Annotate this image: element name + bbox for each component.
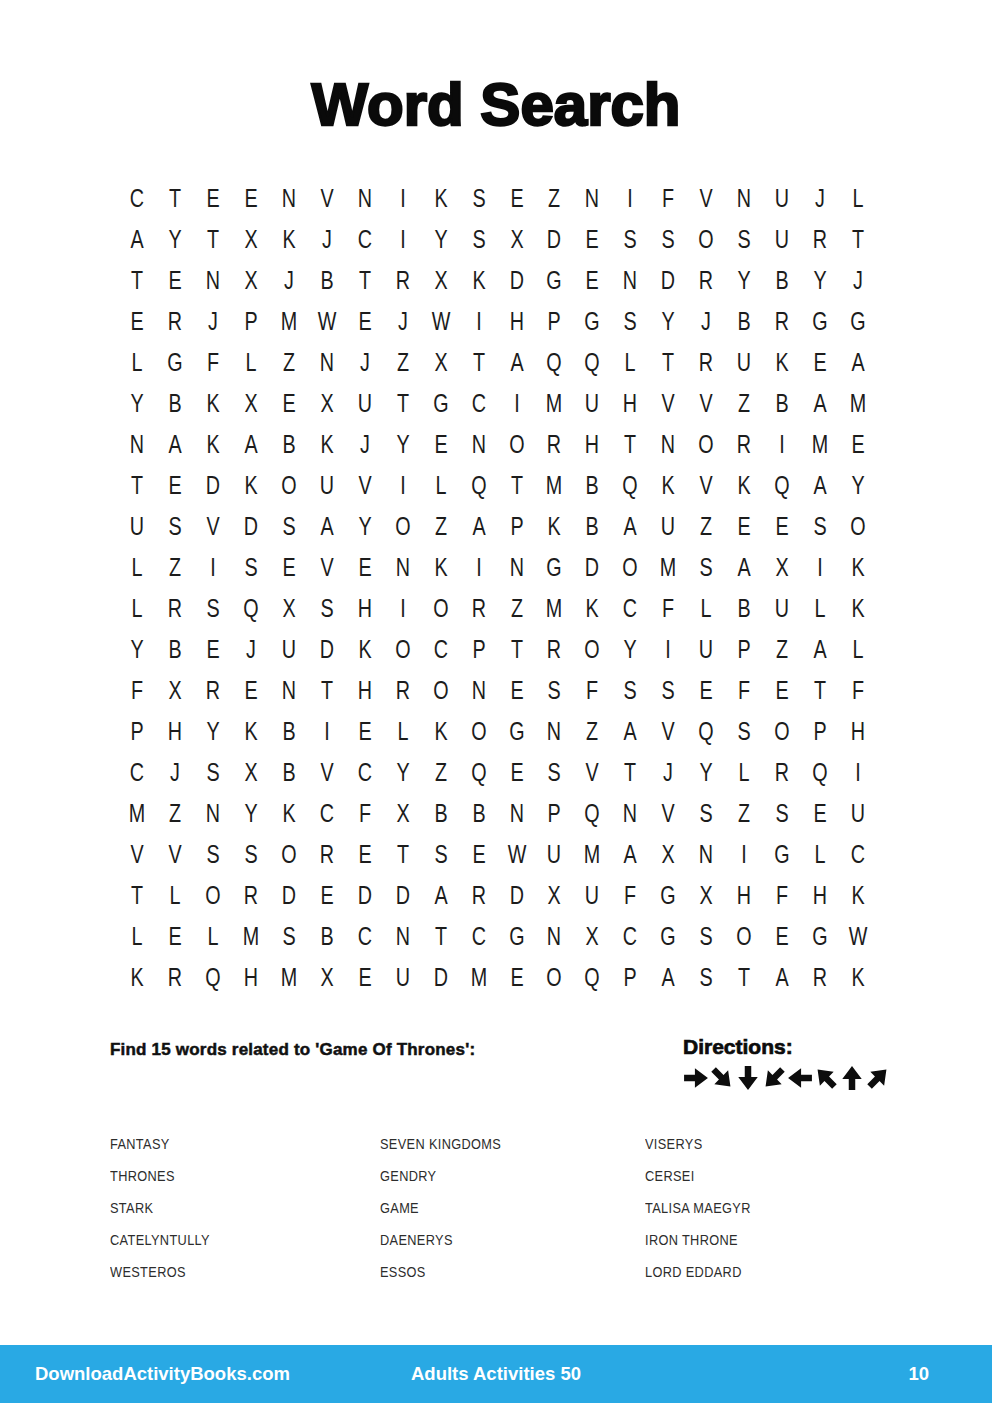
grid-cell-r7c18: I [768, 424, 797, 465]
grid-cell-r1c12: Z [540, 178, 569, 219]
grid-cell-r9c16: Z [692, 506, 721, 547]
grid-cell-r8c4: K [236, 465, 265, 506]
grid-cell-r1c19: J [806, 178, 835, 219]
grid-cell-r14c13: Z [578, 711, 607, 752]
grid-cell-r6c11: I [502, 383, 531, 424]
grid-cell-r8c11: T [502, 465, 531, 506]
grid-cell-r19c3: L [198, 916, 227, 957]
grid-cell-r18c4: R [236, 875, 265, 916]
grid-cell-r8c3: D [198, 465, 227, 506]
grid-cell-r2c1: A [123, 219, 152, 260]
grid-cell-r7c9: E [426, 424, 455, 465]
grid-cell-r19c15: G [654, 916, 683, 957]
grid-cell-r7c16: O [692, 424, 721, 465]
grid-cell-r12c6: D [312, 629, 341, 670]
grid-cell-r1c9: K [426, 178, 455, 219]
grid-cell-r3c18: B [768, 260, 797, 301]
grid-cell-r20c3: Q [198, 957, 227, 998]
word-list-item: TALISA MAEGYR [645, 1200, 887, 1214]
grid-cell-r19c6: B [312, 916, 341, 957]
grid-cell-r15c5: B [274, 752, 303, 793]
grid-cell-r2c18: U [768, 219, 797, 260]
grid-cell-r20c4: H [236, 957, 265, 998]
grid-cell-r6c16: V [692, 383, 721, 424]
grid-cell-r2c9: Y [426, 219, 455, 260]
grid-cell-r12c11: T [502, 629, 531, 670]
grid-cell-r18c3: O [198, 875, 227, 916]
grid-cell-r3c2: E [160, 260, 189, 301]
grid-cell-r4c13: G [578, 301, 607, 342]
grid-cell-r1c17: N [730, 178, 759, 219]
grid-cell-r15c12: S [540, 752, 569, 793]
grid-cell-r6c15: V [654, 383, 683, 424]
worksheet-page: Word Search CTEENVNIKSEZNIFVNUJLAYTXKJCI… [0, 0, 992, 1403]
grid-cell-r7c3: K [198, 424, 227, 465]
grid-cell-r3c17: Y [730, 260, 759, 301]
grid-cell-r18c18: F [768, 875, 797, 916]
grid-cell-r12c12: R [540, 629, 569, 670]
grid-cell-r17c3: S [198, 834, 227, 875]
grid-cell-r2c17: S [730, 219, 759, 260]
grid-cell-r10c7: E [350, 547, 379, 588]
grid-cell-r4c15: Y [654, 301, 683, 342]
grid-cell-r5c17: U [730, 342, 759, 383]
grid-cell-r19c7: C [350, 916, 379, 957]
grid-cell-r17c9: S [426, 834, 455, 875]
grid-cell-r14c10: O [464, 711, 493, 752]
grid-cell-r3c20: J [844, 260, 873, 301]
grid-cell-r4c10: I [464, 301, 493, 342]
grid-cell-r11c3: S [198, 588, 227, 629]
grid-cell-r4c12: P [540, 301, 569, 342]
word-list-item: DAENERYS [380, 1232, 613, 1246]
grid-cell-r20c12: O [540, 957, 569, 998]
footer-website: DownloadActivityBooks.com [35, 1363, 290, 1385]
grid-cell-r9c4: D [236, 506, 265, 547]
grid-cell-r12c2: B [160, 629, 189, 670]
grid-cell-r8c10: Q [464, 465, 493, 506]
grid-cell-r11c11: Z [502, 588, 531, 629]
directions-label: Directions: [683, 1035, 891, 1059]
grid-cell-r5c9: X [426, 342, 455, 383]
grid-cell-r10c5: E [274, 547, 303, 588]
grid-cell-r7c8: Y [388, 424, 417, 465]
grid-cell-r3c11: D [502, 260, 531, 301]
grid-cell-r10c19: I [806, 547, 835, 588]
grid-cell-r16c14: N [616, 793, 645, 834]
grid-cell-r7c13: H [578, 424, 607, 465]
grid-cell-r17c17: I [730, 834, 759, 875]
grid-cell-r13c6: T [312, 670, 341, 711]
grid-cell-r1c15: F [654, 178, 683, 219]
grid-cell-r14c6: I [312, 711, 341, 752]
grid-cell-r19c1: L [123, 916, 152, 957]
grid-cell-r8c14: Q [616, 465, 645, 506]
grid-cell-r2c19: R [806, 219, 835, 260]
grid-cell-r2c15: S [654, 219, 683, 260]
grid-cell-r10c1: L [123, 547, 152, 588]
grid-cell-r19c4: M [236, 916, 265, 957]
grid-cell-r7c6: K [312, 424, 341, 465]
word-list: FANTASYTHRONESSTARKCATELYNTULLYWESTEROS … [110, 1136, 920, 1296]
grid-cell-r18c14: F [616, 875, 645, 916]
grid-cell-r5c13: Q [578, 342, 607, 383]
grid-cell-r13c18: E [768, 670, 797, 711]
grid-cell-r9c15: U [654, 506, 683, 547]
grid-cell-r15c2: J [160, 752, 189, 793]
grid-cell-r12c18: Z [768, 629, 797, 670]
grid-cell-r19c20: W [844, 916, 873, 957]
grid-cell-r20c18: A [768, 957, 797, 998]
grid-cell-r6c8: T [388, 383, 417, 424]
grid-cell-r14c20: H [844, 711, 873, 752]
grid-cell-r9c6: A [312, 506, 341, 547]
grid-cell-r19c8: N [388, 916, 417, 957]
word-list-item: CATELYNTULLY [110, 1232, 348, 1246]
grid-cell-r15c11: E [502, 752, 531, 793]
grid-cell-r6c14: H [616, 383, 645, 424]
grid-cell-r19c14: C [616, 916, 645, 957]
grid-cell-r10c4: S [236, 547, 265, 588]
grid-cell-r9c19: S [806, 506, 835, 547]
grid-cell-r4c17: B [730, 301, 759, 342]
grid-cell-r13c14: S [616, 670, 645, 711]
grid-cell-r8c9: L [426, 465, 455, 506]
grid-cell-r12c4: J [236, 629, 265, 670]
grid-cell-r2c11: X [502, 219, 531, 260]
grid-cell-r19c19: G [806, 916, 835, 957]
grid-cell-r20c5: M [274, 957, 303, 998]
grid-cell-r14c4: K [236, 711, 265, 752]
grid-cell-r10c16: S [692, 547, 721, 588]
word-list-item: THRONES [110, 1168, 348, 1182]
grid-cell-r7c19: M [806, 424, 835, 465]
grid-cell-r13c13: F [578, 670, 607, 711]
grid-cell-r8c12: M [540, 465, 569, 506]
grid-cell-r3c3: N [198, 260, 227, 301]
grid-cell-r6c2: B [160, 383, 189, 424]
grid-cell-r17c11: W [502, 834, 531, 875]
grid-cell-r1c11: E [502, 178, 531, 219]
grid-cell-r15c8: Y [388, 752, 417, 793]
grid-cell-r8c1: T [123, 465, 152, 506]
grid-cell-r2c20: T [844, 219, 873, 260]
grid-cell-r3c4: X [236, 260, 265, 301]
grid-cell-r10c6: V [312, 547, 341, 588]
grid-cell-r14c5: B [274, 711, 303, 752]
grid-cell-r15c6: V [312, 752, 341, 793]
grid-cell-r7c12: R [540, 424, 569, 465]
grid-cell-r8c18: Q [768, 465, 797, 506]
grid-cell-r17c13: M [578, 834, 607, 875]
grid-cell-r13c17: F [730, 670, 759, 711]
grid-cell-r15c19: Q [806, 752, 835, 793]
grid-cell-r16c20: U [844, 793, 873, 834]
grid-cell-r4c3: J [198, 301, 227, 342]
word-list-item: LORD EDDARD [645, 1264, 887, 1278]
grid-cell-r6c5: E [274, 383, 303, 424]
grid-cell-r17c7: E [350, 834, 379, 875]
grid-cell-r16c18: S [768, 793, 797, 834]
grid-cell-r10c18: X [768, 547, 797, 588]
grid-cell-r1c10: S [464, 178, 493, 219]
grid-cell-r13c8: R [388, 670, 417, 711]
grid-cell-r11c7: H [350, 588, 379, 629]
grid-cell-r6c6: X [312, 383, 341, 424]
grid-cell-r2c4: X [236, 219, 265, 260]
grid-cell-r15c17: L [730, 752, 759, 793]
grid-cell-r4c7: E [350, 301, 379, 342]
grid-cell-r15c18: R [768, 752, 797, 793]
grid-cell-r17c15: X [654, 834, 683, 875]
grid-cell-r11c6: S [312, 588, 341, 629]
grid-cell-r6c9: G [426, 383, 455, 424]
grid-cell-r16c11: N [502, 793, 531, 834]
grid-cell-r20c19: R [806, 957, 835, 998]
grid-cell-r9c14: A [616, 506, 645, 547]
grid-cell-r19c10: C [464, 916, 493, 957]
grid-cell-r8c13: B [578, 465, 607, 506]
grid-cell-r13c9: O [426, 670, 455, 711]
grid-cell-r12c7: K [350, 629, 379, 670]
grid-cell-r12c14: Y [616, 629, 645, 670]
grid-cell-r4c4: P [236, 301, 265, 342]
grid-cell-r20c20: K [844, 957, 873, 998]
grid-cell-r12c16: U [692, 629, 721, 670]
grid-cell-r16c13: Q [578, 793, 607, 834]
grid-cell-r17c8: T [388, 834, 417, 875]
grid-cell-r11c1: L [123, 588, 152, 629]
grid-cell-r9c8: O [388, 506, 417, 547]
grid-cell-r3c19: Y [806, 260, 835, 301]
grid-cell-r18c7: D [350, 875, 379, 916]
grid-cell-r2c14: S [616, 219, 645, 260]
directions-arrows [683, 1065, 891, 1091]
grid-cell-r5c10: T [464, 342, 493, 383]
grid-cell-r16c19: E [806, 793, 835, 834]
grid-cell-r20c13: Q [578, 957, 607, 998]
grid-cell-r2c10: S [464, 219, 493, 260]
grid-cell-r12c1: Y [123, 629, 152, 670]
grid-cell-r18c12: X [540, 875, 569, 916]
grid-cell-r13c15: S [654, 670, 683, 711]
grid-cell-r4c20: G [844, 301, 873, 342]
grid-cell-r9c13: B [578, 506, 607, 547]
grid-cell-r2c2: Y [160, 219, 189, 260]
word-list-item: GAME [380, 1200, 613, 1214]
grid-cell-r17c2: V [160, 834, 189, 875]
grid-cell-r11c12: M [540, 588, 569, 629]
grid-cell-r1c5: N [274, 178, 303, 219]
letter-grid: CTEENVNIKSEZNIFVNUJLAYTXKJCIYSXDESSOSURT… [118, 178, 877, 999]
grid-cell-r14c14: A [616, 711, 645, 752]
grid-cell-r17c10: E [464, 834, 493, 875]
grid-cell-r6c20: M [844, 383, 873, 424]
grid-cell-r14c15: V [654, 711, 683, 752]
grid-cell-r10c11: N [502, 547, 531, 588]
word-list-item: WESTEROS [110, 1264, 348, 1278]
grid-cell-r16c15: V [654, 793, 683, 834]
grid-cell-r19c16: S [692, 916, 721, 957]
grid-cell-r16c7: F [350, 793, 379, 834]
grid-cell-r19c17: O [730, 916, 759, 957]
grid-cell-r13c16: E [692, 670, 721, 711]
grid-cell-r8c8: I [388, 465, 417, 506]
grid-cell-r6c4: X [236, 383, 265, 424]
grid-cell-r8c6: U [312, 465, 341, 506]
grid-cell-r11c19: L [806, 588, 835, 629]
grid-cell-r19c5: S [274, 916, 303, 957]
grid-cell-r9c1: U [123, 506, 152, 547]
grid-cell-r20c6: X [312, 957, 341, 998]
grid-cell-r13c19: T [806, 670, 835, 711]
grid-cell-r12c13: O [578, 629, 607, 670]
grid-cell-r5c4: L [236, 342, 265, 383]
grid-cell-r3c10: K [464, 260, 493, 301]
grid-cell-r6c19: A [806, 383, 835, 424]
grid-cell-r16c16: S [692, 793, 721, 834]
word-list-item: CERSEI [645, 1168, 887, 1182]
grid-cell-r18c2: L [160, 875, 189, 916]
grid-cell-r13c5: N [274, 670, 303, 711]
grid-cell-r11c10: R [464, 588, 493, 629]
grid-cell-r5c3: F [198, 342, 227, 383]
grid-cell-r1c7: N [350, 178, 379, 219]
grid-cell-r9c20: O [844, 506, 873, 547]
grid-cell-r3c15: D [654, 260, 683, 301]
footer-bar: DownloadActivityBooks.com Adults Activit… [0, 1345, 992, 1403]
grid-cell-r1c18: U [768, 178, 797, 219]
grid-cell-r9c17: E [730, 506, 759, 547]
grid-cell-r8c20: Y [844, 465, 873, 506]
grid-cell-r17c4: S [236, 834, 265, 875]
grid-cell-r13c10: N [464, 670, 493, 711]
grid-cell-r17c1: V [123, 834, 152, 875]
grid-cell-r17c14: A [616, 834, 645, 875]
grid-cell-r5c5: Z [274, 342, 303, 383]
grid-cell-r14c9: K [426, 711, 455, 752]
grid-cell-r3c9: X [426, 260, 455, 301]
grid-cell-r4c18: R [768, 301, 797, 342]
grid-cell-r5c16: R [692, 342, 721, 383]
grid-cell-r6c7: U [350, 383, 379, 424]
grid-cell-r18c11: D [502, 875, 531, 916]
grid-cell-r10c12: G [540, 547, 569, 588]
grid-cell-r11c17: B [730, 588, 759, 629]
grid-cell-r16c8: X [388, 793, 417, 834]
grid-cell-r15c10: Q [464, 752, 493, 793]
grid-cell-r6c17: Z [730, 383, 759, 424]
grid-cell-r1c1: C [123, 178, 152, 219]
grid-cell-r16c10: B [464, 793, 493, 834]
grid-cell-r3c14: N [616, 260, 645, 301]
grid-cell-r8c16: V [692, 465, 721, 506]
grid-cell-r14c12: N [540, 711, 569, 752]
grid-cell-r10c13: D [578, 547, 607, 588]
grid-cell-r15c15: J [654, 752, 683, 793]
grid-cell-r15c14: T [616, 752, 645, 793]
word-list-item: FANTASY [110, 1136, 348, 1150]
grid-cell-r7c5: B [274, 424, 303, 465]
grid-cell-r5c7: J [350, 342, 379, 383]
grid-cell-r6c12: M [540, 383, 569, 424]
grid-cell-r9c10: A [464, 506, 493, 547]
grid-cell-r1c16: V [692, 178, 721, 219]
grid-cell-r11c8: I [388, 588, 417, 629]
grid-cell-r18c9: A [426, 875, 455, 916]
grid-cell-r10c10: I [464, 547, 493, 588]
footer-page-number: 10 [908, 1363, 929, 1385]
word-list-item: ESSOS [380, 1264, 613, 1278]
grid-cell-r5c11: A [502, 342, 531, 383]
word-list-item: SEVEN KINGDOMS [380, 1136, 613, 1150]
grid-cell-r15c16: Y [692, 752, 721, 793]
grid-cell-r8c7: V [350, 465, 379, 506]
grid-cell-r13c11: E [502, 670, 531, 711]
grid-cell-r20c10: M [464, 957, 493, 998]
grid-cell-r8c5: O [274, 465, 303, 506]
grid-cell-r13c2: X [160, 670, 189, 711]
grid-cell-r20c7: E [350, 957, 379, 998]
grid-cell-r15c3: S [198, 752, 227, 793]
grid-cell-r19c2: E [160, 916, 189, 957]
grid-cell-r9c2: S [160, 506, 189, 547]
grid-cell-r3c6: B [312, 260, 341, 301]
grid-cell-r18c10: R [464, 875, 493, 916]
grid-cell-r13c1: F [123, 670, 152, 711]
grid-cell-r16c6: C [312, 793, 341, 834]
grid-cell-r6c18: B [768, 383, 797, 424]
grid-cell-r11c9: O [426, 588, 455, 629]
grid-cell-r16c2: Z [160, 793, 189, 834]
grid-cell-r17c19: L [806, 834, 835, 875]
grid-cell-r13c20: F [844, 670, 873, 711]
grid-cell-r19c9: T [426, 916, 455, 957]
grid-cell-r16c17: Z [730, 793, 759, 834]
grid-cell-r5c1: L [123, 342, 152, 383]
grid-cell-r18c13: U [578, 875, 607, 916]
grid-cell-r11c14: C [616, 588, 645, 629]
grid-cell-r7c10: N [464, 424, 493, 465]
grid-cell-r12c9: C [426, 629, 455, 670]
grid-cell-r11c5: X [274, 588, 303, 629]
grid-cell-r9c12: K [540, 506, 569, 547]
grid-cell-r18c5: D [274, 875, 303, 916]
grid-cell-r7c7: J [350, 424, 379, 465]
grid-cell-r6c13: U [578, 383, 607, 424]
grid-cell-r6c10: C [464, 383, 493, 424]
grid-cell-r14c3: Y [198, 711, 227, 752]
grid-cell-r5c2: G [160, 342, 189, 383]
grid-cell-r18c16: X [692, 875, 721, 916]
grid-cell-r1c2: T [160, 178, 189, 219]
grid-cell-r19c18: E [768, 916, 797, 957]
grid-cell-r13c7: H [350, 670, 379, 711]
grid-cell-r15c7: C [350, 752, 379, 793]
grid-cell-r4c11: H [502, 301, 531, 342]
grid-cell-r2c6: J [312, 219, 341, 260]
grid-cell-r4c14: S [616, 301, 645, 342]
page-title: Word Search [0, 70, 992, 139]
grid-cell-r15c1: C [123, 752, 152, 793]
grid-cell-r16c9: B [426, 793, 455, 834]
grid-cell-r18c1: T [123, 875, 152, 916]
grid-cell-r14c7: E [350, 711, 379, 752]
grid-cell-r14c16: Q [692, 711, 721, 752]
grid-cell-r1c6: V [312, 178, 341, 219]
grid-cell-r7c1: N [123, 424, 152, 465]
grid-cell-r9c11: P [502, 506, 531, 547]
